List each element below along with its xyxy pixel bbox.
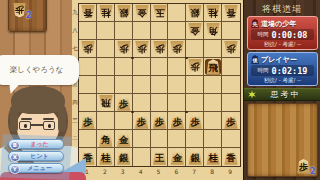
- board-cell[interactable]: [133, 148, 151, 166]
- file-label: 2: [100, 168, 110, 175]
- board-cell[interactable]: [97, 58, 115, 76]
- gote-hand-pawn-count: 2: [310, 167, 316, 176]
- thinking-spinner-icon: [248, 91, 256, 99]
- board-cell[interactable]: [151, 58, 169, 76]
- board-cell[interactable]: [151, 76, 169, 94]
- board-cell[interactable]: [222, 130, 240, 148]
- board-cell[interactable]: [79, 130, 97, 148]
- gote-byoyomi-info: 秒読/ - 考慮/ --: [251, 77, 314, 84]
- board-cell[interactable]: [168, 22, 186, 40]
- hint-button[interactable]: X ヒント: [8, 151, 64, 161]
- avatar-eye: [48, 124, 51, 128]
- board-cell[interactable]: [115, 112, 133, 130]
- sente-hand-pawn[interactable]: 歩: [13, 3, 26, 18]
- rank-label: 九: [72, 9, 78, 16]
- gote-time-value: 0:02:19: [272, 66, 308, 76]
- hoshi-dot: [131, 111, 133, 113]
- speech-text: 楽しくやろうな: [10, 65, 64, 75]
- board-cell[interactable]: [168, 58, 186, 76]
- board-cell[interactable]: [186, 76, 204, 94]
- status-text: 思考中: [256, 89, 315, 100]
- info-panel: 将棋道場 先 道場の少年 時間 0:00:08 秒読/ - 考慮/ -- 後 プ…: [243, 0, 320, 180]
- board-cell[interactable]: [97, 22, 115, 40]
- gote-player-name: プレイヤー: [261, 55, 297, 65]
- board-cell[interactable]: [79, 76, 97, 94]
- file-label: 8: [207, 168, 217, 175]
- board-cell[interactable]: [204, 40, 222, 58]
- board-cell[interactable]: [115, 76, 133, 94]
- shogi-board: 香桂銀金玉銀桂香金角歩歩歩歩歩歩歩飛飛歩歩歩歩歩歩歩角金香桂銀王金銀桂香 九八七…: [72, 0, 243, 180]
- sente-player-name: 道場の少年: [261, 19, 296, 29]
- board-cell[interactable]: [133, 22, 151, 40]
- board-grid[interactable]: 香桂銀金玉銀桂香金角歩歩歩歩歩歩歩飛飛歩歩歩歩歩歩歩角金香桂銀王金銀桂香: [78, 3, 241, 167]
- board-cell[interactable]: [204, 76, 222, 94]
- board-cell[interactable]: [168, 94, 186, 112]
- board-cell[interactable]: [133, 76, 151, 94]
- board-cell[interactable]: [133, 130, 151, 148]
- board-cell[interactable]: [168, 130, 186, 148]
- board-cell[interactable]: [151, 22, 169, 40]
- board-cell[interactable]: [204, 94, 222, 112]
- file-label: 4: [136, 168, 146, 175]
- board-cell[interactable]: [97, 112, 115, 130]
- avatar-eyebrow: [21, 118, 32, 120]
- sente-time-label: 時間: [258, 31, 269, 38]
- board-cell[interactable]: [168, 76, 186, 94]
- board-cell[interactable]: [168, 4, 186, 22]
- gote-hand-pawn[interactable]: 歩: [297, 159, 310, 174]
- file-label: 3: [118, 168, 128, 175]
- y-button-icon: Y: [10, 165, 20, 175]
- hoshi-dot: [185, 57, 187, 59]
- board-cell[interactable]: [186, 40, 204, 58]
- avatar-eye: [24, 124, 27, 128]
- hoshi-dot: [131, 57, 133, 59]
- board-cell[interactable]: [133, 58, 151, 76]
- avatar-hair-lock: [10, 106, 18, 132]
- avatar-glasses-bridge: [30, 124, 44, 126]
- speech-bubble-tail: [9, 83, 21, 93]
- board-cell[interactable]: [79, 22, 97, 40]
- file-label: 5: [154, 168, 164, 175]
- board-cell[interactable]: [115, 22, 133, 40]
- board-cell[interactable]: [151, 94, 169, 112]
- board-cell[interactable]: [222, 76, 240, 94]
- board-cell[interactable]: [97, 76, 115, 94]
- board-cell[interactable]: [222, 58, 240, 76]
- matta-button[interactable]: B まった: [8, 139, 64, 149]
- sente-badge-icon: 先: [251, 19, 259, 28]
- gote-player-card: 後 プレイヤー 時間 0:02:19 秒読/ - 考慮/ --: [247, 52, 318, 86]
- file-label: 6: [171, 168, 181, 175]
- sente-hand-tray: 歩 2: [8, 0, 47, 32]
- hoshi-dot: [185, 111, 187, 113]
- file-label: 7: [189, 168, 199, 175]
- speech-bubble: 楽しくやろうな: [0, 55, 79, 85]
- status-bar: 思考中: [244, 88, 320, 101]
- sente-player-card: 先 道場の少年 時間 0:00:08 秒読/ - 考慮/ --: [247, 16, 318, 50]
- board-cell[interactable]: [222, 22, 240, 40]
- sente-byoyomi-info: 秒読/ - 考慮/ --: [251, 41, 314, 48]
- gote-time-label: 時間: [258, 67, 269, 74]
- rank-label: 八: [72, 27, 78, 34]
- app-title: 将棋道場: [244, 3, 320, 16]
- rank-label: 七: [72, 45, 78, 52]
- board-cell[interactable]: [133, 94, 151, 112]
- gote-hand-tray: 歩 2: [247, 103, 318, 177]
- x-button-icon: X: [10, 153, 20, 163]
- gote-badge-icon: 後: [251, 55, 259, 64]
- board-cell[interactable]: [186, 130, 204, 148]
- sente-hand-pawn-count: 2: [26, 11, 32, 20]
- board-cell[interactable]: [222, 94, 240, 112]
- avatar-hair-lock: [58, 106, 66, 132]
- board-cell[interactable]: [115, 58, 133, 76]
- board-cell[interactable]: [151, 130, 169, 148]
- board-cell[interactable]: [79, 94, 97, 112]
- file-label: 9: [225, 168, 235, 175]
- avatar-eyebrow: [43, 118, 54, 120]
- menu-button[interactable]: Y メニュー: [8, 163, 64, 173]
- board-cell[interactable]: [204, 130, 222, 148]
- board-cell[interactable]: [97, 40, 115, 58]
- board-cell[interactable]: [186, 94, 204, 112]
- board-cell[interactable]: [204, 112, 222, 130]
- b-button-icon: B: [10, 141, 20, 151]
- app-window: 香桂銀金玉銀桂香金角歩歩歩歩歩歩歩飛飛歩歩歩歩歩歩歩角金香桂銀王金銀桂香 九八七…: [0, 0, 320, 180]
- board-cell[interactable]: [79, 58, 97, 76]
- sente-time-value: 0:00:08: [272, 30, 308, 40]
